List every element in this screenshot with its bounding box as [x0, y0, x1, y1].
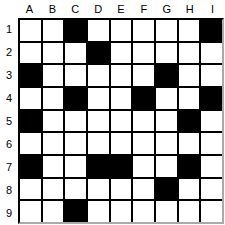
cell-G6[interactable]	[156, 133, 177, 154]
cell-I1	[201, 20, 222, 41]
cell-I2[interactable]	[201, 43, 222, 64]
cell-E6[interactable]	[111, 133, 132, 154]
cell-F1[interactable]	[133, 20, 154, 41]
cell-I7[interactable]	[201, 156, 222, 177]
cell-B9[interactable]	[43, 201, 64, 222]
col-label-C: C	[64, 0, 87, 18]
cell-A7	[20, 156, 41, 177]
cell-B8[interactable]	[43, 179, 64, 200]
crossword-grid	[18, 18, 224, 224]
cell-I6[interactable]	[201, 133, 222, 154]
cell-F8[interactable]	[133, 179, 154, 200]
cell-C1	[65, 20, 86, 41]
cell-D9[interactable]	[88, 201, 109, 222]
cell-E5[interactable]	[111, 111, 132, 132]
cell-B1[interactable]	[43, 20, 64, 41]
cell-D3[interactable]	[88, 65, 109, 86]
cell-E3[interactable]	[111, 65, 132, 86]
column-labels: ABCDEFGHI	[18, 0, 224, 18]
cell-G5[interactable]	[156, 111, 177, 132]
cell-C9	[65, 201, 86, 222]
cell-B3[interactable]	[43, 65, 64, 86]
cell-F9[interactable]	[133, 201, 154, 222]
cell-E4[interactable]	[111, 88, 132, 109]
cell-A6[interactable]	[20, 133, 41, 154]
cell-A8[interactable]	[20, 179, 41, 200]
col-label-I: I	[201, 0, 224, 18]
cell-H6[interactable]	[179, 133, 200, 154]
cell-F5[interactable]	[133, 111, 154, 132]
row-label-8: 8	[0, 178, 18, 201]
cell-H3[interactable]	[179, 65, 200, 86]
cell-B5[interactable]	[43, 111, 64, 132]
cell-C3[interactable]	[65, 65, 86, 86]
row-label-4: 4	[0, 87, 18, 110]
cell-A9[interactable]	[20, 201, 41, 222]
col-label-E: E	[110, 0, 133, 18]
cell-G9[interactable]	[156, 201, 177, 222]
cell-G8	[156, 179, 177, 200]
cell-D4[interactable]	[88, 88, 109, 109]
cell-H2[interactable]	[179, 43, 200, 64]
cell-I5[interactable]	[201, 111, 222, 132]
cell-I3[interactable]	[201, 65, 222, 86]
cell-E1[interactable]	[111, 20, 132, 41]
cell-H9[interactable]	[179, 201, 200, 222]
cell-D6[interactable]	[88, 133, 109, 154]
cell-H5	[179, 111, 200, 132]
cell-E7	[111, 156, 132, 177]
cell-D5[interactable]	[88, 111, 109, 132]
col-label-A: A	[18, 0, 41, 18]
cell-F6[interactable]	[133, 133, 154, 154]
cell-D2	[88, 43, 109, 64]
cell-E9[interactable]	[111, 201, 132, 222]
cell-F2[interactable]	[133, 43, 154, 64]
cell-H4[interactable]	[179, 88, 200, 109]
cell-B6[interactable]	[43, 133, 64, 154]
cell-C7[interactable]	[65, 156, 86, 177]
row-label-7: 7	[0, 155, 18, 178]
row-label-1: 1	[0, 18, 18, 41]
cell-A2[interactable]	[20, 43, 41, 64]
cell-F4	[133, 88, 154, 109]
cell-D7	[88, 156, 109, 177]
cell-G2[interactable]	[156, 43, 177, 64]
cell-A1[interactable]	[20, 20, 41, 41]
cell-C8[interactable]	[65, 179, 86, 200]
row-label-3: 3	[0, 64, 18, 87]
cell-C4	[65, 88, 86, 109]
cell-F7[interactable]	[133, 156, 154, 177]
crossword-board: ABCDEFGHI 123456789	[0, 0, 225, 225]
row-label-6: 6	[0, 132, 18, 155]
row-label-5: 5	[0, 110, 18, 133]
cell-E2[interactable]	[111, 43, 132, 64]
col-label-D: D	[87, 0, 110, 18]
col-label-H: H	[178, 0, 201, 18]
cell-H1[interactable]	[179, 20, 200, 41]
cell-G4[interactable]	[156, 88, 177, 109]
cell-G3	[156, 65, 177, 86]
cell-I4	[201, 88, 222, 109]
cell-D8[interactable]	[88, 179, 109, 200]
row-label-9: 9	[0, 201, 18, 224]
col-label-F: F	[132, 0, 155, 18]
cell-B2[interactable]	[43, 43, 64, 64]
cell-B7[interactable]	[43, 156, 64, 177]
cell-I8[interactable]	[201, 179, 222, 200]
cell-H7	[179, 156, 200, 177]
row-labels: 123456789	[0, 18, 18, 224]
cell-E8[interactable]	[111, 179, 132, 200]
cell-A3	[20, 65, 41, 86]
cell-G1[interactable]	[156, 20, 177, 41]
cell-B4[interactable]	[43, 88, 64, 109]
cell-C5[interactable]	[65, 111, 86, 132]
cell-C2[interactable]	[65, 43, 86, 64]
col-label-G: G	[155, 0, 178, 18]
cell-A5	[20, 111, 41, 132]
col-label-B: B	[41, 0, 64, 18]
cell-D1[interactable]	[88, 20, 109, 41]
cell-A4[interactable]	[20, 88, 41, 109]
row-label-2: 2	[0, 41, 18, 64]
cell-H8[interactable]	[179, 179, 200, 200]
cell-F3[interactable]	[133, 65, 154, 86]
cell-C6[interactable]	[65, 133, 86, 154]
cell-G7[interactable]	[156, 156, 177, 177]
cell-I9[interactable]	[201, 201, 222, 222]
